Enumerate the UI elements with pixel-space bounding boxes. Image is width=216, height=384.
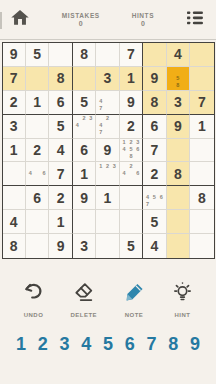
cell-r2c5[interactable]: 3 — [96, 67, 119, 91]
cell-r3c9[interactable]: 7 — [190, 91, 213, 115]
cell-r3c7[interactable]: 8 — [143, 91, 166, 115]
cell-r7c3[interactable]: 2 — [49, 186, 72, 210]
hints-label: HINTS — [132, 12, 155, 19]
numpad-3[interactable]: 3 — [55, 334, 75, 355]
pencil-notes: 47 — [97, 92, 117, 113]
cell-r5c8[interactable] — [167, 139, 190, 163]
cell-r2c1[interactable]: 7 — [3, 67, 26, 91]
cell-value: 1 — [127, 71, 135, 85]
cell-r6c1[interactable] — [3, 162, 26, 186]
cell-r8c6[interactable] — [120, 210, 143, 234]
cell-value: 8 — [10, 239, 18, 253]
cell-r1c8[interactable]: 4 — [167, 43, 190, 67]
cell-value: 1 — [104, 191, 112, 205]
cell-r5c1[interactable]: 1 — [3, 139, 26, 163]
note-label: NOTE — [125, 312, 144, 318]
undo-label: UNDO — [24, 312, 44, 318]
cell-r1c9[interactable] — [190, 43, 213, 67]
cell-value: 5 — [127, 239, 135, 253]
cell-value: 8 — [150, 95, 158, 109]
cell-r2c9[interactable] — [190, 67, 213, 91]
cell-r6c2[interactable]: 46 — [26, 162, 49, 186]
cell-value: 2 — [10, 95, 18, 109]
cell-value: 4 — [57, 143, 65, 157]
cell-value: 1 — [80, 167, 88, 181]
hints-counter: HINTS 0 — [132, 12, 155, 27]
pencil-notes: 46 — [27, 163, 47, 184]
cell-r3c3[interactable]: 6 — [49, 91, 72, 115]
cell-value: 9 — [104, 143, 112, 157]
cell-r9c1[interactable]: 8 — [3, 234, 26, 258]
cell-value: 2 — [150, 167, 158, 181]
cell-r2c2[interactable] — [26, 67, 49, 91]
cell-value: 9 — [150, 71, 158, 85]
cell-r3c5[interactable]: 47 — [96, 91, 119, 115]
cell-r6c6[interactable]: 246 — [120, 162, 143, 186]
cell-value: 1 — [57, 215, 65, 229]
cell-value: 5 — [80, 95, 88, 109]
cell-value: 9 — [57, 239, 65, 253]
numpad-5[interactable]: 5 — [98, 334, 118, 355]
cell-value: 7 — [10, 71, 18, 85]
sudoku-grid: 9587478319582165479837352342472691124691… — [2, 42, 215, 259]
cell-value: 7 — [57, 167, 65, 181]
cell-value: 3 — [10, 119, 18, 133]
cell-r9c2[interactable] — [26, 234, 49, 258]
cell-r3c8[interactable]: 3 — [167, 91, 190, 115]
cell-r8c5[interactable] — [96, 210, 119, 234]
mistakes-counter: MISTAKES 0 — [62, 12, 100, 27]
cell-r1c6[interactable]: 7 — [120, 43, 143, 67]
cell-r4c6[interactable]: 2 — [120, 115, 143, 139]
top-bar: MISTAKES 0 HINTS 0 — [0, 0, 216, 40]
cell-r9c4[interactable]: 3 — [73, 234, 96, 258]
cell-r2c3[interactable]: 8 — [49, 67, 72, 91]
cell-r1c4[interactable]: 8 — [73, 43, 96, 67]
cell-value: 4 — [10, 215, 18, 229]
home-button[interactable] — [10, 8, 30, 31]
cell-value: 1 — [198, 119, 206, 133]
cell-value: 6 — [33, 191, 41, 205]
pencil-notes: 247 — [97, 116, 117, 137]
cell-value: 8 — [174, 167, 182, 181]
pencil-notes: 234 — [74, 116, 94, 137]
menu-button[interactable] — [186, 10, 204, 30]
cell-value: 1 — [33, 95, 41, 109]
cell-value: 7 — [198, 95, 206, 109]
cell-r7c2[interactable]: 6 — [26, 186, 49, 210]
cell-r7c1[interactable] — [3, 186, 26, 210]
cell-r1c7[interactable] — [143, 43, 166, 67]
cell-r6c9[interactable] — [190, 162, 213, 186]
cell-r8c1[interactable]: 4 — [3, 210, 26, 234]
pencil-icon — [123, 281, 146, 307]
cell-value: 6 — [57, 95, 65, 109]
cell-r7c5[interactable]: 1 — [96, 186, 119, 210]
cell-r9c9[interactable] — [190, 234, 213, 258]
cell-r7c8[interactable] — [167, 186, 190, 210]
cell-r5c9[interactable] — [190, 139, 213, 163]
cell-r2c7[interactable]: 9 — [143, 67, 166, 91]
cell-r1c2[interactable]: 5 — [26, 43, 49, 67]
cell-value: 5 — [150, 215, 158, 229]
cell-r4c3[interactable]: 5 — [49, 115, 72, 139]
cell-r9c7[interactable]: 4 — [143, 234, 166, 258]
numpad-6[interactable]: 6 — [120, 334, 140, 355]
cell-r8c3[interactable]: 1 — [49, 210, 72, 234]
mistakes-value: 0 — [79, 20, 83, 27]
cell-r8c8[interactable] — [167, 210, 190, 234]
cell-r8c2[interactable] — [26, 210, 49, 234]
cell-value: 1 — [10, 143, 18, 157]
cell-r4c7[interactable]: 6 — [143, 115, 166, 139]
cell-value: 2 — [33, 143, 41, 157]
cell-r7c4[interactable]: 9 — [73, 186, 96, 210]
cell-value: 9 — [10, 47, 18, 61]
cell-r1c3[interactable] — [49, 43, 72, 67]
cell-r9c3[interactable]: 9 — [49, 234, 72, 258]
cell-r8c9[interactable] — [190, 210, 213, 234]
cell-r6c5[interactable]: 123 — [96, 162, 119, 186]
cell-r8c4[interactable] — [73, 210, 96, 234]
cell-value: 5 — [57, 119, 65, 133]
delete-label: DELETE — [70, 312, 97, 318]
pencil-notes: 246 — [121, 163, 141, 184]
cell-r6c4[interactable]: 1 — [73, 162, 96, 186]
pencil-notes: 58 — [168, 68, 188, 89]
cell-r3c4[interactable]: 5 — [73, 91, 96, 115]
pencil-notes: 123 — [97, 163, 117, 184]
cell-r4c1[interactable]: 3 — [3, 115, 26, 139]
cell-value: 9 — [174, 119, 182, 133]
cell-r5c7[interactable]: 7 — [143, 139, 166, 163]
cell-value: 4 — [150, 239, 158, 253]
cell-r1c5[interactable] — [96, 43, 119, 67]
cell-r5c4[interactable]: 6 — [73, 139, 96, 163]
cell-value: 8 — [198, 191, 206, 205]
note-button[interactable]: NOTE — [123, 281, 146, 318]
cell-r8c7[interactable]: 5 — [143, 210, 166, 234]
numpad-9[interactable]: 9 — [185, 334, 205, 355]
numpad-1[interactable]: 1 — [11, 334, 31, 355]
bulb-icon — [171, 281, 194, 307]
numpad-8[interactable]: 8 — [163, 334, 183, 355]
cell-r7c7[interactable]: 4567 — [143, 186, 166, 210]
cell-value: 4 — [174, 47, 182, 61]
cell-value: 2 — [57, 191, 65, 205]
cell-value: 6 — [150, 119, 158, 133]
menu-list-icon — [186, 10, 204, 30]
mistakes-label: MISTAKES — [62, 12, 100, 19]
cell-r3c6[interactable]: 9 — [120, 91, 143, 115]
cell-r5c5[interactable]: 9 — [96, 139, 119, 163]
hint-button[interactable]: HINT — [171, 281, 194, 318]
cell-r7c6[interactable] — [120, 186, 143, 210]
home-icon — [10, 8, 30, 31]
action-toolbar: UNDO DELETE NOTE — [0, 281, 216, 318]
cell-r6c3[interactable]: 7 — [49, 162, 72, 186]
undo-icon — [22, 281, 45, 307]
cell-r9c5[interactable] — [96, 234, 119, 258]
cell-value: 3 — [104, 71, 112, 85]
numpad-2[interactable]: 2 — [33, 334, 53, 355]
cell-value: 7 — [150, 143, 158, 157]
cell-r5c6[interactable]: 1234568 — [120, 139, 143, 163]
cell-r6c7[interactable]: 2 — [143, 162, 166, 186]
hint-label: HINT — [174, 312, 190, 318]
cell-r9c8[interactable] — [167, 234, 190, 258]
cell-value: 3 — [80, 239, 88, 253]
edge-tick — [0, 12, 2, 29]
pencil-notes: 1234568 — [121, 140, 141, 161]
cell-r4c5[interactable]: 247 — [96, 115, 119, 139]
cell-r7c9[interactable]: 8 — [190, 186, 213, 210]
cell-value: 2 — [127, 119, 135, 133]
delete-button[interactable]: DELETE — [70, 281, 97, 318]
cell-r5c3[interactable]: 4 — [49, 139, 72, 163]
cell-value: 5 — [33, 47, 41, 61]
cell-value: 3 — [174, 95, 182, 109]
cell-r3c2[interactable]: 1 — [26, 91, 49, 115]
numpad-4[interactable]: 4 — [76, 334, 96, 355]
undo-button[interactable]: UNDO — [22, 281, 45, 318]
cell-r4c9[interactable]: 1 — [190, 115, 213, 139]
cell-r2c6[interactable]: 1 — [120, 67, 143, 91]
pencil-notes: 4567 — [144, 187, 164, 208]
cell-r3c1[interactable]: 2 — [3, 91, 26, 115]
cell-r2c4[interactable] — [73, 67, 96, 91]
eraser-icon — [72, 281, 95, 307]
cell-r1c1[interactable]: 9 — [3, 43, 26, 67]
hints-value: 0 — [141, 20, 145, 27]
number-pad: 1 2 3 4 5 6 7 8 9 — [0, 334, 216, 355]
cell-r5c2[interactable]: 2 — [26, 139, 49, 163]
cell-r9c6[interactable]: 5 — [120, 234, 143, 258]
cell-r4c2[interactable] — [26, 115, 49, 139]
cell-r6c8[interactable]: 8 — [167, 162, 190, 186]
cell-r4c8[interactable]: 9 — [167, 115, 190, 139]
cell-r4c4[interactable]: 234 — [73, 115, 96, 139]
cell-value: 9 — [127, 95, 135, 109]
numpad-7[interactable]: 7 — [142, 334, 162, 355]
cell-value: 8 — [57, 71, 65, 85]
cell-value: 7 — [127, 47, 135, 61]
cell-value: 8 — [80, 47, 88, 61]
cell-r2c8[interactable]: 58 — [167, 67, 190, 91]
cell-value: 6 — [80, 143, 88, 157]
cell-value: 9 — [80, 191, 88, 205]
